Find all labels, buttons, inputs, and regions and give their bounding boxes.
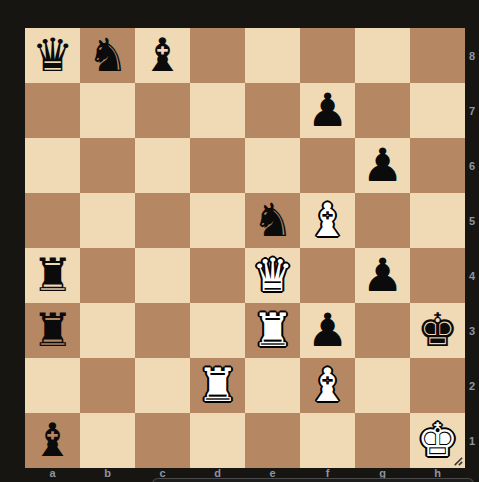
- square-d1[interactable]: [190, 413, 245, 468]
- rank-label-2: 2: [465, 358, 479, 413]
- square-h3[interactable]: ♚: [410, 303, 465, 358]
- rank-label-7: 7: [465, 83, 479, 138]
- square-d2[interactable]: ♜: [190, 358, 245, 413]
- rank-label-6: 6: [465, 138, 479, 193]
- white-bishop-f2[interactable]: ♝: [307, 362, 348, 408]
- square-a7[interactable]: [25, 83, 80, 138]
- square-g6[interactable]: ♟: [355, 138, 410, 193]
- square-e2[interactable]: [245, 358, 300, 413]
- square-b6[interactable]: [80, 138, 135, 193]
- square-a8[interactable]: ♛: [25, 28, 80, 83]
- square-c8[interactable]: ♝: [135, 28, 190, 83]
- square-c1[interactable]: [135, 413, 190, 468]
- file-label-b: b: [80, 466, 135, 480]
- black-knight-b8[interactable]: ♞: [87, 32, 128, 78]
- square-h5[interactable]: [410, 193, 465, 248]
- black-knight-e5[interactable]: ♞: [252, 197, 293, 243]
- square-h6[interactable]: [410, 138, 465, 193]
- panel-below-board-edge: [152, 478, 474, 482]
- black-queen-a8[interactable]: ♛: [32, 32, 73, 78]
- square-d5[interactable]: [190, 193, 245, 248]
- square-b8[interactable]: ♞: [80, 28, 135, 83]
- black-rook-a3[interactable]: ♜: [32, 307, 73, 353]
- square-d8[interactable]: [190, 28, 245, 83]
- chess-board-page: ♛♞♝♟♟♞♝♜♛♟♜♜♟♚♜♝♝♚ 87654321 abcdefgh: [0, 0, 479, 482]
- square-b2[interactable]: [80, 358, 135, 413]
- square-g4[interactable]: ♟: [355, 248, 410, 303]
- black-pawn-f3[interactable]: ♟: [307, 307, 348, 353]
- square-g7[interactable]: [355, 83, 410, 138]
- square-g1[interactable]: [355, 413, 410, 468]
- white-rook-d2[interactable]: ♜: [197, 362, 238, 408]
- square-a2[interactable]: [25, 358, 80, 413]
- square-h4[interactable]: [410, 248, 465, 303]
- square-e3[interactable]: ♜: [245, 303, 300, 358]
- rank-label-8: 8: [465, 28, 479, 83]
- rank-label-5: 5: [465, 193, 479, 248]
- square-c5[interactable]: [135, 193, 190, 248]
- black-pawn-g4[interactable]: ♟: [362, 252, 403, 298]
- square-a6[interactable]: [25, 138, 80, 193]
- square-e5[interactable]: ♞: [245, 193, 300, 248]
- rank-label-1: 1: [465, 413, 479, 468]
- black-bishop-a1[interactable]: ♝: [32, 417, 73, 463]
- square-b7[interactable]: [80, 83, 135, 138]
- rank-coordinates: 87654321: [465, 28, 479, 468]
- square-h2[interactable]: [410, 358, 465, 413]
- square-f6[interactable]: [300, 138, 355, 193]
- square-c2[interactable]: [135, 358, 190, 413]
- square-h1[interactable]: ♚: [410, 413, 465, 468]
- square-a5[interactable]: [25, 193, 80, 248]
- square-h8[interactable]: [410, 28, 465, 83]
- square-f8[interactable]: [300, 28, 355, 83]
- square-b3[interactable]: [80, 303, 135, 358]
- square-e7[interactable]: [245, 83, 300, 138]
- square-d6[interactable]: [190, 138, 245, 193]
- square-e4[interactable]: ♛: [245, 248, 300, 303]
- square-g3[interactable]: [355, 303, 410, 358]
- file-label-a: a: [25, 466, 80, 480]
- white-queen-e4[interactable]: ♛: [252, 252, 293, 298]
- square-f4[interactable]: [300, 248, 355, 303]
- square-b1[interactable]: [80, 413, 135, 468]
- black-pawn-g6[interactable]: ♟: [362, 142, 403, 188]
- square-e8[interactable]: [245, 28, 300, 83]
- white-rook-e3[interactable]: ♜: [252, 307, 293, 353]
- square-g2[interactable]: [355, 358, 410, 413]
- black-rook-a4[interactable]: ♜: [32, 252, 73, 298]
- square-f7[interactable]: ♟: [300, 83, 355, 138]
- square-a4[interactable]: ♜: [25, 248, 80, 303]
- square-h7[interactable]: [410, 83, 465, 138]
- square-c7[interactable]: [135, 83, 190, 138]
- square-a1[interactable]: ♝: [25, 413, 80, 468]
- square-c3[interactable]: [135, 303, 190, 358]
- square-b4[interactable]: [80, 248, 135, 303]
- square-g5[interactable]: [355, 193, 410, 248]
- black-bishop-c8[interactable]: ♝: [142, 32, 183, 78]
- square-b5[interactable]: [80, 193, 135, 248]
- square-c6[interactable]: [135, 138, 190, 193]
- square-f2[interactable]: ♝: [300, 358, 355, 413]
- square-e1[interactable]: [245, 413, 300, 468]
- square-c4[interactable]: [135, 248, 190, 303]
- square-e6[interactable]: [245, 138, 300, 193]
- square-a3[interactable]: ♜: [25, 303, 80, 358]
- square-f5[interactable]: ♝: [300, 193, 355, 248]
- square-d7[interactable]: [190, 83, 245, 138]
- square-f1[interactable]: [300, 413, 355, 468]
- rank-label-4: 4: [465, 248, 479, 303]
- white-bishop-f5[interactable]: ♝: [307, 197, 348, 243]
- black-king-h3[interactable]: ♚: [417, 307, 458, 353]
- square-d3[interactable]: [190, 303, 245, 358]
- black-pawn-f7[interactable]: ♟: [307, 87, 348, 133]
- square-f3[interactable]: ♟: [300, 303, 355, 358]
- chess-board: ♛♞♝♟♟♞♝♜♛♟♜♜♟♚♜♝♝♚: [25, 28, 465, 468]
- rank-label-3: 3: [465, 303, 479, 358]
- square-g8[interactable]: [355, 28, 410, 83]
- square-d4[interactable]: [190, 248, 245, 303]
